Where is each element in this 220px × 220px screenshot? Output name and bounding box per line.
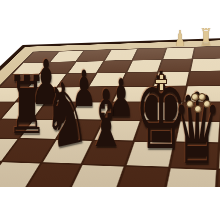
square-f7 [2,138,55,162]
photo-frame: HGFED8 ♟♟♟♜♞♝♚♛♟♜ [0,0,220,220]
chess-board: HGFED8 [0,36,220,187]
square-b8 [163,167,217,187]
square-b5 [179,102,220,121]
square-d1 [132,48,166,60]
board-grid [0,45,220,187]
board-3d-wrapper: HGFED8 [0,28,220,187]
square-d8 [68,163,124,187]
square-c1 [162,47,195,59]
square-a8 [215,168,220,187]
square-c3 [153,71,190,86]
square-e6 [55,119,103,140]
square-d7 [82,140,133,165]
square-a7 [217,143,220,171]
square-c2 [158,58,193,71]
square-b1 [193,46,220,58]
square-c6 [133,120,179,142]
square-c8 [115,165,170,187]
square-b4 [183,85,220,102]
square-d4 [112,86,153,102]
square-f6 [19,119,68,139]
square-c7 [125,141,175,167]
board-top-face: HGFED8 [0,36,220,187]
square-d5 [103,102,147,120]
square-b3 [187,70,220,85]
square-c5 [141,102,184,121]
square-g6 [0,118,33,138]
square-d2 [126,59,162,72]
square-a6 [219,121,220,144]
square-e7 [41,139,93,164]
square-b2 [190,57,220,70]
square-c4 [147,85,187,101]
square-d6 [93,119,140,140]
coordinate-labels: HGFED8 [25,38,220,46]
board-scene: HGFED8 ♟♟♟♜♞♝♚♛♟♜ [0,28,220,187]
square-b6 [175,120,220,142]
square-d3 [120,71,158,85]
square-f8 [0,161,41,187]
square-g7 [0,137,19,160]
square-g8 [0,159,2,187]
square-e8 [24,162,81,187]
square-b7 [170,142,219,169]
